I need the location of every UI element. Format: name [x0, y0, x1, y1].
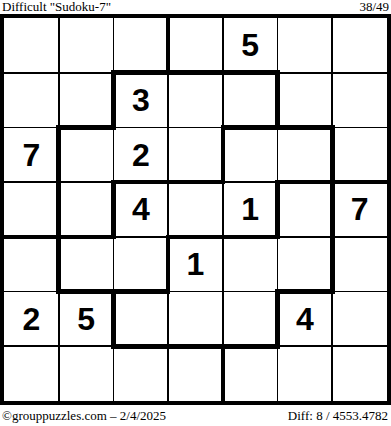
region-border-segment — [330, 180, 335, 239]
grid-line-segment — [277, 125, 279, 184]
cell-r3c6[interactable] — [278, 127, 333, 182]
region-border-segment — [111, 70, 170, 75]
cell-r5c2[interactable] — [59, 237, 114, 292]
difficulty-text: Diff: 8 / 4553.4782 — [288, 409, 388, 426]
given-digit: 2 — [22, 303, 40, 335]
cell-r1c1[interactable] — [4, 18, 59, 73]
region-border-segment — [166, 70, 225, 75]
cell-r4c5: 1 — [223, 182, 278, 237]
grid-line-segment — [275, 236, 334, 238]
grid-line-segment — [167, 125, 169, 184]
grid-line-segment — [2, 345, 61, 347]
cell-r4c1[interactable] — [4, 182, 59, 237]
region-border-segment — [221, 344, 280, 349]
cell-r7c5[interactable] — [223, 346, 278, 401]
region-border-segment — [275, 180, 280, 239]
grid-line-segment — [221, 181, 280, 183]
region-border-segment — [275, 289, 334, 294]
region-border-segment — [56, 125, 115, 130]
cell-r2c2[interactable] — [59, 73, 114, 128]
grid-line-segment — [58, 289, 60, 348]
region-border-segment — [221, 70, 280, 75]
region-border-segment — [111, 180, 116, 239]
region-border-segment — [166, 180, 225, 185]
grid-line-segment — [331, 289, 333, 348]
cell-r4c4[interactable] — [168, 182, 223, 237]
cell-r6c2: 5 — [59, 292, 114, 347]
grid-line-segment — [2, 181, 61, 183]
region-border-segment — [111, 289, 170, 294]
grid-line-segment — [111, 127, 170, 129]
grid-line-segment — [58, 344, 60, 403]
given-digit: 1 — [187, 248, 205, 280]
cell-r1c6[interactable] — [278, 18, 333, 73]
grid-line-segment — [222, 180, 224, 239]
cell-r2c6[interactable] — [278, 73, 333, 128]
cell-r3c3: 2 — [113, 127, 168, 182]
grid-line-segment — [222, 235, 224, 294]
cell-r3c1: 7 — [4, 127, 59, 182]
grid-line-segment — [166, 291, 225, 293]
grid-line-segment — [2, 291, 61, 293]
cell-r5c7[interactable] — [332, 237, 387, 292]
grid-line-segment — [113, 344, 115, 403]
given-digit: 1 — [241, 193, 259, 225]
grid-line-segment — [167, 344, 169, 403]
grid-line-segment — [330, 72, 389, 74]
cell-r4c7: 7 — [332, 182, 387, 237]
grid-line-segment — [330, 291, 389, 293]
given-digit: 7 — [22, 139, 40, 171]
cell-r6c4[interactable] — [168, 292, 223, 347]
region-border-segment — [275, 289, 280, 348]
region-border-segment — [275, 70, 280, 129]
cell-r7c6[interactable] — [278, 346, 333, 401]
cell-r5c4: 1 — [168, 237, 223, 292]
region-border-segment — [111, 289, 116, 348]
region-border-segment — [221, 125, 226, 184]
cell-r7c4[interactable] — [168, 346, 223, 401]
grid-line-segment — [221, 291, 280, 293]
region-border-segment — [111, 70, 116, 129]
grid-line-segment — [277, 16, 279, 75]
copyright-text: ©grouppuzzles.com – 2/4/2025 — [2, 409, 166, 426]
grid-line-segment — [331, 70, 333, 129]
given-digit: 4 — [296, 303, 314, 335]
cell-r6c1: 2 — [4, 292, 59, 347]
given-digit: 2 — [132, 139, 150, 171]
cell-r1c4[interactable] — [168, 18, 223, 73]
cell-r7c7[interactable] — [332, 346, 387, 401]
region-border-segment — [111, 180, 170, 185]
cell-r6c7[interactable] — [332, 292, 387, 347]
region-border-segment — [166, 16, 171, 75]
grid-line-segment — [167, 70, 169, 129]
cell-r3c7[interactable] — [332, 127, 387, 182]
grid-line-segment — [2, 127, 61, 129]
cell-r6c6: 4 — [278, 292, 333, 347]
cell-r4c3: 4 — [113, 182, 168, 237]
given-digit: 5 — [241, 29, 259, 61]
cell-r7c2[interactable] — [59, 346, 114, 401]
grid-line-segment — [222, 70, 224, 129]
cell-r2c3: 3 — [113, 73, 168, 128]
region-border-segment — [111, 344, 170, 349]
cell-r3c2[interactable] — [59, 127, 114, 182]
grid-line-segment — [222, 289, 224, 348]
region-border-segment — [56, 289, 115, 294]
grid-line-segment — [113, 16, 115, 75]
given-digit: 5 — [77, 303, 95, 335]
cell-r5c3[interactable] — [113, 237, 168, 292]
region-border-segment — [275, 180, 334, 185]
cell-r1c5: 5 — [223, 18, 278, 73]
grid-line-segment — [166, 127, 225, 129]
grid-line-segment — [330, 236, 389, 238]
region-border-segment — [56, 235, 61, 294]
cell-r7c1[interactable] — [4, 346, 59, 401]
grid-line-segment — [330, 345, 389, 347]
cell-r3c5[interactable] — [223, 127, 278, 182]
given-digit: 7 — [351, 193, 369, 225]
grid-line-segment — [56, 181, 115, 183]
cell-r2c1[interactable] — [4, 73, 59, 128]
cell-r5c5[interactable] — [223, 237, 278, 292]
cell-r2c5[interactable] — [223, 73, 278, 128]
cell-r2c7[interactable] — [332, 73, 387, 128]
grid-line-segment — [277, 235, 279, 294]
region-border-segment — [221, 235, 280, 240]
region-border-segment — [166, 344, 225, 349]
given-digit: 4 — [132, 193, 150, 225]
grid-line-segment — [330, 127, 389, 129]
grid-line-segment — [275, 72, 334, 74]
grid-line-segment — [58, 16, 60, 75]
grid-line-segment — [275, 345, 334, 347]
cell-r6c5[interactable] — [223, 292, 278, 347]
grid-line-segment — [111, 236, 170, 238]
cell-r3c4[interactable] — [168, 127, 223, 182]
grid-line-segment — [58, 70, 60, 129]
region-border-segment — [221, 125, 280, 130]
grid-line-segment — [56, 345, 115, 347]
grid-line-segment — [2, 72, 61, 74]
region-border-segment — [330, 125, 335, 184]
grid-line-segment — [56, 72, 115, 74]
region-border-segment — [56, 125, 61, 184]
progress-counter: 38/49 — [359, 0, 389, 13]
region-border-segment — [2, 235, 61, 240]
region-border-segment — [166, 235, 225, 240]
cell-r6c3[interactable] — [113, 292, 168, 347]
cell-r1c7[interactable] — [332, 18, 387, 73]
grid-line-segment — [222, 16, 224, 75]
region-border-segment — [221, 344, 226, 403]
region-border-segment — [330, 235, 335, 294]
cell-r1c3[interactable] — [113, 18, 168, 73]
cell-r7c3[interactable] — [113, 346, 168, 401]
cell-r5c1[interactable] — [4, 237, 59, 292]
grid-line-segment — [113, 125, 115, 184]
cell-r2c4[interactable] — [168, 73, 223, 128]
region-border-segment — [330, 180, 389, 185]
grid-line-segment — [167, 289, 169, 348]
grid-line-segment — [167, 180, 169, 239]
puzzle-title: Difficult "Sudoku-7" — [2, 0, 111, 13]
cell-r4c6[interactable] — [278, 182, 333, 237]
region-border-segment — [56, 180, 61, 239]
grid-line-segment — [277, 344, 279, 403]
region-border-segment — [166, 235, 171, 294]
cell-r1c2[interactable] — [59, 18, 114, 73]
header-bar: Difficult "Sudoku-7" 38/49 — [0, 0, 391, 14]
footer-bar: ©grouppuzzles.com – 2/4/2025 Diff: 8 / 4… — [0, 405, 391, 426]
region-border-segment — [56, 235, 115, 240]
cell-r4c2[interactable] — [59, 182, 114, 237]
sudoku-grid: 53724171254 — [0, 14, 391, 405]
grid-line-segment — [331, 16, 333, 75]
cell-r5c6[interactable] — [278, 237, 333, 292]
grid-line-segment — [113, 235, 115, 294]
given-digit: 3 — [132, 84, 150, 116]
grid-line-segment — [331, 344, 333, 403]
region-border-segment — [275, 125, 334, 130]
